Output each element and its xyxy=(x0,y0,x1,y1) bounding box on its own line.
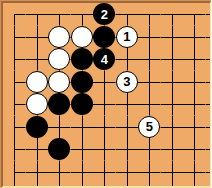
white-stone xyxy=(26,71,48,93)
white-stone xyxy=(48,71,70,93)
board-intersection xyxy=(206,71,212,94)
black-stone xyxy=(26,116,48,138)
board-intersection xyxy=(26,161,49,184)
diagram-frame: 21435 xyxy=(0,0,211,188)
black-stone xyxy=(71,71,93,93)
board-intersection xyxy=(183,71,206,94)
board-intersection xyxy=(3,138,26,161)
board-intersection xyxy=(48,161,71,184)
board-intersection xyxy=(161,93,184,116)
move-number-label: 1 xyxy=(123,30,130,43)
board-intersection xyxy=(206,116,212,139)
board-intersection xyxy=(206,161,212,184)
board-intersection xyxy=(26,93,49,116)
board-intersection xyxy=(116,138,139,161)
board-intersection xyxy=(116,161,139,184)
board-intersection xyxy=(161,3,184,26)
board-intersection xyxy=(48,3,71,26)
board-intersection xyxy=(161,183,184,188)
board-intersection xyxy=(48,48,71,71)
board-intersection xyxy=(206,26,212,49)
board-intersection xyxy=(206,48,212,71)
go-board: 21435 xyxy=(1,1,211,188)
board-intersection xyxy=(183,138,206,161)
board-intersection xyxy=(48,183,71,188)
board-intersection xyxy=(206,93,212,116)
board-intersection xyxy=(206,183,212,188)
board-intersection xyxy=(138,138,161,161)
board-intersection xyxy=(48,71,71,94)
board-intersection xyxy=(26,138,49,161)
board-intersection xyxy=(183,3,206,26)
move-number-label: 5 xyxy=(146,120,153,133)
board-intersection xyxy=(48,138,71,161)
board-intersection xyxy=(206,138,212,161)
board-intersection: 4 xyxy=(93,48,116,71)
board-intersection xyxy=(48,26,71,49)
board-intersection xyxy=(26,48,49,71)
board-intersection xyxy=(138,161,161,184)
board-intersection xyxy=(93,93,116,116)
move-number-label: 4 xyxy=(101,53,108,66)
board-intersection xyxy=(71,138,94,161)
board-intersection xyxy=(26,183,49,188)
board-intersection xyxy=(138,3,161,26)
board-grid: 21435 xyxy=(3,3,211,188)
move-number-label: 3 xyxy=(123,75,130,88)
board-intersection xyxy=(138,183,161,188)
board-intersection: 1 xyxy=(116,26,139,49)
board-intersection xyxy=(93,26,116,49)
board-intersection xyxy=(71,161,94,184)
board-intersection xyxy=(138,26,161,49)
board-intersection xyxy=(26,26,49,49)
board-intersection xyxy=(71,26,94,49)
board-intersection xyxy=(93,183,116,188)
board-intersection xyxy=(161,71,184,94)
white-stone xyxy=(71,26,93,48)
white-stone: 5 xyxy=(138,116,160,138)
black-stone xyxy=(71,48,93,70)
board-intersection xyxy=(116,3,139,26)
board-intersection: 3 xyxy=(116,71,139,94)
board-intersection xyxy=(3,3,26,26)
board-intersection xyxy=(183,183,206,188)
board-intersection xyxy=(206,3,212,26)
black-stone xyxy=(48,138,70,160)
board-intersection xyxy=(3,93,26,116)
board-intersection xyxy=(71,71,94,94)
board-intersection xyxy=(71,183,94,188)
black-stone xyxy=(48,93,70,115)
board-intersection xyxy=(71,48,94,71)
board-intersection xyxy=(138,71,161,94)
board-intersection xyxy=(183,93,206,116)
board-intersection xyxy=(71,116,94,139)
board-intersection xyxy=(93,161,116,184)
board-intersection xyxy=(161,48,184,71)
board-intersection xyxy=(3,26,26,49)
move-number-label: 2 xyxy=(101,8,108,21)
white-stone: 1 xyxy=(116,26,138,48)
white-stone: 3 xyxy=(116,71,138,93)
board-intersection xyxy=(48,116,71,139)
board-intersection xyxy=(183,116,206,139)
board-intersection xyxy=(3,183,26,188)
black-stone: 2 xyxy=(93,3,115,25)
board-intersection xyxy=(183,48,206,71)
white-stone xyxy=(26,93,48,115)
board-intersection xyxy=(26,116,49,139)
white-stone xyxy=(48,26,70,48)
board-intersection xyxy=(138,48,161,71)
board-intersection: 5 xyxy=(138,116,161,139)
board-intersection xyxy=(93,116,116,139)
board-intersection xyxy=(116,116,139,139)
black-stone xyxy=(71,93,93,115)
black-stone: 4 xyxy=(93,48,115,70)
board-intersection xyxy=(138,93,161,116)
board-intersection xyxy=(161,116,184,139)
board-intersection xyxy=(3,71,26,94)
board-intersection xyxy=(161,26,184,49)
board-intersection xyxy=(26,3,49,26)
board-intersection xyxy=(71,93,94,116)
board-intersection: 2 xyxy=(93,3,116,26)
board-intersection xyxy=(3,116,26,139)
white-stone xyxy=(48,48,70,70)
board-intersection xyxy=(48,93,71,116)
board-intersection xyxy=(116,93,139,116)
board-intersection xyxy=(26,71,49,94)
board-intersection xyxy=(116,183,139,188)
board-intersection xyxy=(161,138,184,161)
board-intersection xyxy=(93,71,116,94)
board-intersection xyxy=(183,26,206,49)
board-intersection xyxy=(3,48,26,71)
board-intersection xyxy=(71,3,94,26)
board-intersection xyxy=(183,161,206,184)
black-stone xyxy=(93,26,115,48)
board-intersection xyxy=(116,48,139,71)
board-intersection xyxy=(93,138,116,161)
board-intersection xyxy=(161,161,184,184)
board-intersection xyxy=(3,161,26,184)
